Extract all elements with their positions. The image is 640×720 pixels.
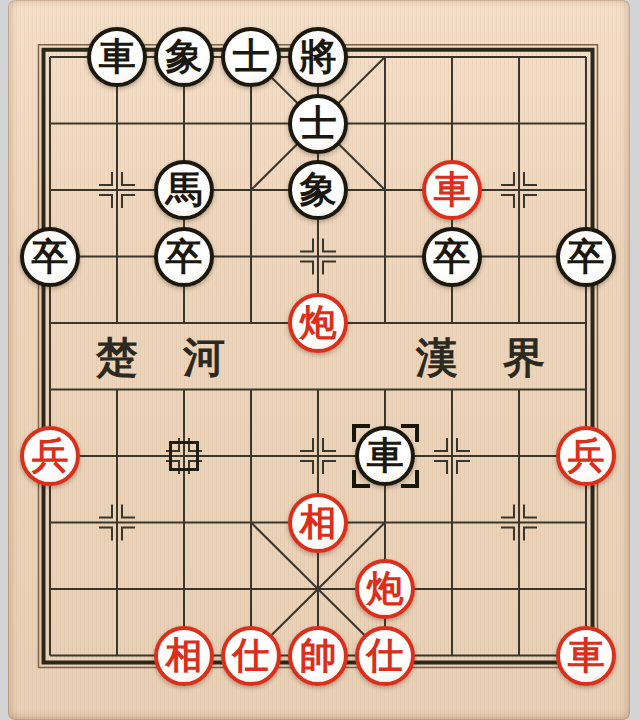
board-cell: 士 xyxy=(285,90,352,157)
piece-black-soldier[interactable]: 卒 xyxy=(422,227,482,287)
piece-red-cannon[interactable]: 炮 xyxy=(355,559,415,619)
board-cell: 將 xyxy=(285,24,352,91)
board-cell: 仕 xyxy=(218,622,285,689)
selection-bracket xyxy=(401,470,419,488)
selection-bracket xyxy=(401,424,419,442)
piece-red-advisor[interactable]: 仕 xyxy=(221,626,281,686)
piece-black-chariot[interactable]: 車 xyxy=(87,27,147,87)
piece-black-soldier[interactable]: 卒 xyxy=(556,227,616,287)
board-cell: 卒 xyxy=(419,223,486,290)
piece-black-soldier[interactable]: 卒 xyxy=(154,227,214,287)
board-cell: 象 xyxy=(151,24,218,91)
piece-red-general[interactable]: 帥 xyxy=(288,626,348,686)
move-origin-cell xyxy=(151,423,218,490)
board-cell: 相 xyxy=(285,489,352,556)
piece-black-soldier[interactable]: 卒 xyxy=(20,227,80,287)
piece-red-advisor[interactable]: 仕 xyxy=(355,626,415,686)
move-origin-marker xyxy=(169,441,199,471)
piece-black-horse[interactable]: 馬 xyxy=(154,160,214,220)
piece-black-elephant[interactable]: 象 xyxy=(154,27,214,87)
board-cell: 帥 xyxy=(285,622,352,689)
piece-red-cannon[interactable]: 炮 xyxy=(288,293,348,353)
piece-red-chariot[interactable]: 車 xyxy=(422,160,482,220)
board-cell: 車 xyxy=(84,24,151,91)
selected-piece-cell: 車 xyxy=(352,423,419,490)
selection-bracket xyxy=(352,424,370,442)
pieces-layer: 車象士將士馬象車卒卒卒卒炮兵車兵相炮相仕帥仕車 xyxy=(17,24,620,689)
board-cell: 卒 xyxy=(553,223,620,290)
board-cell: 炮 xyxy=(352,556,419,623)
board-cell: 相 xyxy=(151,622,218,689)
board-cell: 卒 xyxy=(151,223,218,290)
board-cell: 車 xyxy=(419,157,486,224)
piece-red-soldier[interactable]: 兵 xyxy=(20,426,80,486)
board-cell: 兵 xyxy=(553,423,620,490)
board-cell: 卒 xyxy=(17,223,84,290)
board-cell: 仕 xyxy=(352,622,419,689)
piece-red-elephant[interactable]: 相 xyxy=(154,626,214,686)
page-background: 楚河 漢界 車象士將士馬象車卒卒卒卒炮兵車兵相炮相仕帥仕車 xyxy=(0,0,640,720)
board-cell: 象 xyxy=(285,157,352,224)
piece-red-soldier[interactable]: 兵 xyxy=(556,426,616,486)
piece-red-elephant[interactable]: 相 xyxy=(288,493,348,553)
board-cell: 炮 xyxy=(285,290,352,357)
board-cell: 士 xyxy=(218,24,285,91)
board-cell: 車 xyxy=(553,622,620,689)
piece-black-advisor[interactable]: 士 xyxy=(221,27,281,87)
board-cell: 兵 xyxy=(17,423,84,490)
piece-black-advisor[interactable]: 士 xyxy=(288,94,348,154)
selection-bracket xyxy=(352,470,370,488)
piece-black-elephant[interactable]: 象 xyxy=(288,160,348,220)
board-cell: 馬 xyxy=(151,157,218,224)
piece-black-general[interactable]: 將 xyxy=(288,27,348,87)
piece-red-chariot[interactable]: 車 xyxy=(556,626,616,686)
